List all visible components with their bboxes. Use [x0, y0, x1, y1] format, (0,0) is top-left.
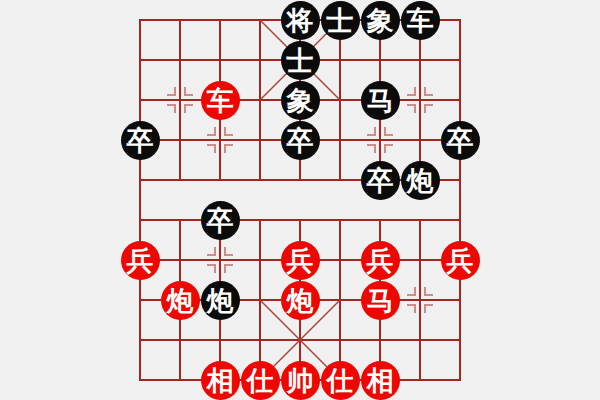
piece-red-elephant[interactable]: 相	[361, 361, 400, 400]
piece-red-horse[interactable]: 马	[361, 281, 400, 320]
piece-black-soldier[interactable]: 卒	[201, 201, 240, 240]
piece-red-soldier[interactable]: 兵	[361, 241, 400, 280]
piece-black-soldier[interactable]: 卒	[441, 121, 480, 160]
piece-red-general[interactable]: 帅	[281, 361, 320, 400]
piece-red-soldier[interactable]: 兵	[121, 241, 160, 280]
piece-black-general[interactable]: 将	[281, 1, 320, 40]
piece-black-soldier[interactable]: 卒	[361, 161, 400, 200]
piece-black-advisor[interactable]: 士	[321, 1, 360, 40]
piece-black-chariot[interactable]: 车	[401, 1, 440, 40]
piece-red-cannon[interactable]: 炮	[161, 281, 200, 320]
piece-red-advisor[interactable]: 仕	[241, 361, 280, 400]
piece-black-elephant[interactable]: 象	[281, 81, 320, 120]
piece-black-cannon[interactable]: 炮	[401, 161, 440, 200]
xiangqi-board: 将士象车士车象马卒卒卒卒炮卒兵兵兵兵炮炮炮马相仕帅仕相	[0, 0, 600, 400]
app-background: 将士象车士车象马卒卒卒卒炮卒兵兵兵兵炮炮炮马相仕帅仕相	[0, 0, 600, 400]
piece-red-advisor[interactable]: 仕	[321, 361, 360, 400]
piece-black-soldier[interactable]: 卒	[121, 121, 160, 160]
piece-red-chariot[interactable]: 车	[201, 81, 240, 120]
piece-red-soldier[interactable]: 兵	[281, 241, 320, 280]
piece-red-elephant[interactable]: 相	[201, 361, 240, 400]
piece-black-horse[interactable]: 马	[361, 81, 400, 120]
piece-black-advisor[interactable]: 士	[281, 41, 320, 80]
pieces-layer: 将士象车士车象马卒卒卒卒炮卒兵兵兵兵炮炮炮马相仕帅仕相	[0, 0, 600, 400]
piece-black-elephant[interactable]: 象	[361, 1, 400, 40]
piece-red-soldier[interactable]: 兵	[441, 241, 480, 280]
piece-red-cannon[interactable]: 炮	[281, 281, 320, 320]
piece-black-cannon[interactable]: 炮	[201, 281, 240, 320]
piece-black-soldier[interactable]: 卒	[281, 121, 320, 160]
